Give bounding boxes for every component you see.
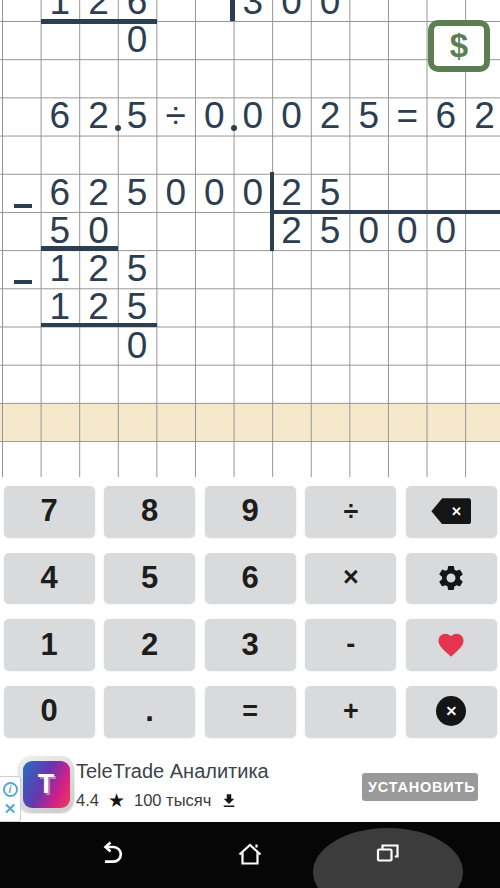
- heart-icon: [434, 630, 468, 660]
- ad-downloads: 100 тысяч: [134, 791, 211, 810]
- key-equals[interactable]: =: [205, 686, 296, 737]
- sheet-char: 5: [118, 250, 157, 288]
- division-bar: [270, 172, 275, 251]
- sheet-char: 0: [272, 97, 311, 135]
- key-3[interactable]: 3: [205, 619, 296, 670]
- sheet-char: 5: [41, 212, 80, 250]
- sheet-char: 2: [79, 97, 118, 135]
- sheet-char: 0: [118, 327, 157, 365]
- sheet-char: 5: [118, 97, 157, 135]
- sheet-char: 0: [79, 212, 118, 250]
- sheet-char: 0: [272, 0, 311, 21]
- division-bar: [230, 0, 235, 21]
- key-minus[interactable]: -: [305, 619, 396, 670]
- key-1[interactable]: 1: [4, 619, 95, 670]
- division-line: [41, 246, 118, 251]
- star-icon: ★: [108, 789, 125, 812]
- key-2[interactable]: 2: [104, 619, 195, 670]
- key-close[interactable]: ✕: [406, 686, 497, 737]
- worksheet[interactable]: $ 1263000625÷00025=626250002550250001251…: [0, 0, 500, 477]
- division-line: [41, 323, 157, 328]
- key-plus[interactable]: +: [305, 686, 396, 737]
- sheet-char: 0: [311, 0, 350, 21]
- sheet-char: 5: [349, 97, 388, 135]
- sheet-char: 5: [118, 174, 157, 212]
- sheet-char: 5: [311, 212, 350, 250]
- sheet-char: 0: [388, 212, 427, 250]
- sheet-char: 2: [465, 97, 500, 135]
- ad-close-icon[interactable]: ✕: [4, 801, 17, 816]
- decimal-point: [115, 125, 121, 131]
- ad-banner[interactable]: i ✕ T TeleTrade Аналитика 4.4 ★ 100 тыся…: [0, 745, 500, 822]
- ad-badges: i ✕: [0, 776, 21, 822]
- sheet-char: 5: [311, 174, 350, 212]
- teletrade-logo: T: [23, 761, 70, 808]
- ad-meta: 4.4 ★ 100 тысяч: [76, 789, 238, 812]
- ad-title: TeleTrade Аналитика: [76, 760, 269, 783]
- key-6[interactable]: 6: [205, 553, 296, 604]
- backspace-icon: ✕: [431, 498, 471, 524]
- home-icon: [232, 837, 268, 873]
- back-button[interactable]: [94, 837, 130, 873]
- keypad: 789÷✕456×123-0.=+✕: [0, 477, 500, 745]
- sheet-char: 1: [41, 250, 80, 288]
- subtraction-minus-sign: [14, 280, 32, 284]
- sheet-char: =: [388, 97, 427, 135]
- sheet-char: 2: [79, 288, 118, 326]
- sheet-char: 0: [195, 174, 234, 212]
- sheet-char: 5: [118, 288, 157, 326]
- ad-app-icon: T: [18, 756, 74, 812]
- key-decimal[interactable]: .: [104, 686, 195, 737]
- key-7[interactable]: 7: [4, 486, 95, 537]
- back-icon: [94, 837, 130, 873]
- key-5[interactable]: 5: [104, 553, 195, 604]
- sheet-char: 0: [427, 212, 466, 250]
- sheet-char: 6: [427, 97, 466, 135]
- sheet-char: 3: [234, 0, 273, 21]
- key-divide[interactable]: ÷: [305, 486, 396, 537]
- app-screen: $ 1263000625÷00025=626250002550250001251…: [0, 0, 500, 888]
- sheet-char: 0: [234, 174, 273, 212]
- sheet-char: 2: [79, 0, 118, 21]
- dollar-glyph: $: [450, 27, 468, 65]
- install-button[interactable]: УСТАНОВИТЬ: [362, 773, 478, 801]
- division-line: [270, 210, 500, 215]
- sheet-char: 0: [234, 97, 273, 135]
- sheet-char: 2: [79, 250, 118, 288]
- key-0[interactable]: 0: [4, 686, 95, 737]
- key-settings[interactable]: [406, 553, 497, 604]
- android-navbar: [0, 822, 500, 888]
- sheet-char: ÷: [156, 97, 195, 135]
- division-line: [41, 19, 157, 24]
- gear-icon: [436, 563, 466, 593]
- decimal-point: [231, 125, 237, 131]
- sheet-char: 1: [41, 0, 80, 21]
- sheet-char: 2: [272, 212, 311, 250]
- key-favorite[interactable]: [406, 619, 497, 670]
- recents-button[interactable]: [370, 837, 406, 873]
- key-4[interactable]: 4: [4, 553, 95, 604]
- recents-icon: [370, 837, 406, 873]
- sheet-char: 6: [41, 174, 80, 212]
- close-icon: ✕: [436, 696, 466, 726]
- key-8[interactable]: 8: [104, 486, 195, 537]
- sheet-char: 1: [41, 288, 80, 326]
- key-backspace[interactable]: ✕: [406, 486, 497, 537]
- key-9[interactable]: 9: [205, 486, 296, 537]
- sheet-char: 2: [311, 97, 350, 135]
- sheet-char: 2: [79, 174, 118, 212]
- sheet-char: 0: [156, 174, 195, 212]
- money-icon[interactable]: $: [428, 20, 490, 72]
- sheet-char: 0: [349, 212, 388, 250]
- sheet-char: 0: [195, 97, 234, 135]
- ad-info-icon[interactable]: i: [3, 782, 18, 797]
- sheet-char: 6: [118, 0, 157, 21]
- home-button[interactable]: [232, 837, 268, 873]
- sheet-char: 2: [272, 174, 311, 212]
- sheet-char: 6: [41, 97, 80, 135]
- download-icon: [220, 792, 238, 810]
- ad-rating: 4.4: [76, 791, 99, 810]
- key-multiply[interactable]: ×: [305, 553, 396, 604]
- sheet-char: 0: [118, 21, 157, 59]
- subtraction-minus-sign: [14, 204, 32, 208]
